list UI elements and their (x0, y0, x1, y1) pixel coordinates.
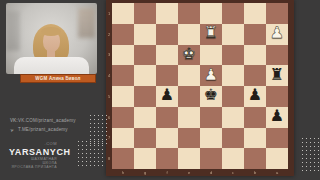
brand-subtitle-3: ЯРОСЛАВА ПРИЗАНТА (9, 166, 57, 169)
square-c2[interactable] (222, 24, 244, 45)
square-a7[interactable] (266, 128, 288, 149)
square-e8[interactable] (178, 148, 200, 169)
square-h5[interactable] (112, 86, 134, 107)
square-a3[interactable] (266, 45, 288, 66)
square-c1[interactable] (222, 3, 244, 24)
square-d7[interactable] (200, 128, 222, 149)
square-b3[interactable] (244, 45, 266, 66)
file-label-e: e (178, 170, 200, 175)
square-e5[interactable] (178, 86, 200, 107)
file-label-a: a (266, 170, 288, 175)
square-g5[interactable] (134, 86, 156, 107)
square-d1[interactable] (200, 3, 222, 24)
square-f6[interactable] (156, 107, 178, 128)
brand-title: YARSANYCH (9, 147, 57, 157)
square-e3[interactable]: ♚ (178, 45, 200, 66)
file-label-h: h (112, 170, 134, 175)
square-g4[interactable] (134, 65, 156, 86)
square-e6[interactable] (178, 107, 200, 128)
black-rook: ♜ (270, 67, 284, 83)
square-b4[interactable] (244, 65, 266, 86)
square-f8[interactable] (156, 148, 178, 169)
square-f2[interactable] (156, 24, 178, 45)
square-c8[interactable] (222, 148, 244, 169)
square-a8[interactable] (266, 148, 288, 169)
square-b8[interactable] (244, 148, 266, 169)
decor-dot-grid-3 (302, 138, 320, 174)
square-b7[interactable] (244, 128, 266, 149)
black-pawn: ♟ (248, 87, 262, 103)
brand-block: .COM YARSANYCH ШАХМАТНАЯ ШКОЛА ЯРОСЛАВА … (9, 141, 57, 169)
wall-highlight (78, 8, 95, 38)
square-a2[interactable]: ♟ (266, 24, 288, 45)
square-b5[interactable]: ♟ (244, 86, 266, 107)
square-a1[interactable] (266, 3, 288, 24)
square-f1[interactable] (156, 3, 178, 24)
file-label-b: b (244, 170, 266, 175)
rank-label-1: 1 (107, 3, 111, 24)
black-pawn: ♟ (160, 87, 174, 103)
square-g3[interactable] (134, 45, 156, 66)
square-a4[interactable]: ♜ (266, 65, 288, 86)
streamer-webcam (6, 3, 97, 74)
square-e2[interactable] (178, 24, 200, 45)
square-e1[interactable] (178, 3, 200, 24)
square-g7[interactable] (134, 128, 156, 149)
file-label-c: c (222, 170, 244, 175)
white-king: ♚ (182, 46, 196, 62)
square-a5[interactable] (266, 86, 288, 107)
white-rook: ♜ (204, 25, 218, 41)
square-h4[interactable] (112, 65, 134, 86)
square-f7[interactable] (156, 128, 178, 149)
brand-site-suffix: .COM (9, 141, 57, 146)
square-d8[interactable] (200, 148, 222, 169)
square-b1[interactable] (244, 3, 266, 24)
square-g2[interactable] (134, 24, 156, 45)
square-f3[interactable] (156, 45, 178, 66)
wall-shadow (6, 11, 20, 51)
streamer-fringe (41, 27, 61, 36)
square-c3[interactable] (222, 45, 244, 66)
white-pawn: ♟ (270, 25, 284, 41)
square-h8[interactable] (112, 148, 134, 169)
square-g8[interactable] (134, 148, 156, 169)
stream-thumbnail: WGM Алина Бивол ♜♟♚♟♜♟♚♟♟ 12345678 hgfed… (0, 0, 320, 180)
chess-board: ♜♟♚♟♜♟♚♟♟ (112, 3, 288, 169)
square-c4[interactable] (222, 65, 244, 86)
file-labels: hgfedcba (112, 170, 288, 175)
square-h6[interactable] (112, 107, 134, 128)
black-king: ♚ (204, 87, 218, 103)
square-d5[interactable]: ♚ (200, 86, 222, 107)
square-f4[interactable] (156, 65, 178, 86)
vk-handle: VK.COM/prizant_academy (18, 118, 76, 123)
square-c5[interactable] (222, 86, 244, 107)
vk-icon: VK: (10, 118, 18, 123)
vk-row: VK: VK.COM/prizant_academy ➤ T.ME/prizan… (10, 117, 76, 135)
telegram-row: ➤ T.ME/prizant_academy (10, 126, 76, 132)
square-g6[interactable] (134, 107, 156, 128)
rank-label-3: 3 (107, 45, 111, 66)
square-d4[interactable]: ♟ (200, 65, 222, 86)
square-a6[interactable]: ♟ (266, 107, 288, 128)
square-e4[interactable] (178, 65, 200, 86)
square-d2[interactable]: ♜ (200, 24, 222, 45)
chess-board-frame: ♜♟♚♟♜♟♚♟♟ 12345678 hgfedcba (106, 0, 294, 176)
rank-label-2: 2 (107, 24, 111, 45)
rank-label-8: 8 (107, 148, 111, 169)
streamer-shirt (14, 57, 89, 74)
square-h2[interactable] (112, 24, 134, 45)
square-h3[interactable] (112, 45, 134, 66)
square-b2[interactable] (244, 24, 266, 45)
square-g1[interactable] (134, 3, 156, 24)
rank-label-4: 4 (107, 65, 111, 86)
square-d6[interactable] (200, 107, 222, 128)
square-b6[interactable] (244, 107, 266, 128)
square-h7[interactable] (112, 128, 134, 149)
file-label-d: d (200, 170, 222, 175)
black-pawn: ♟ (270, 108, 284, 124)
streamer-name-text: WGM Алина Бивол (35, 76, 80, 81)
square-e7[interactable] (178, 128, 200, 149)
telegram-icon: ➤ (9, 125, 18, 132)
square-f5[interactable]: ♟ (156, 86, 178, 107)
decor-dot-grid-2 (78, 141, 106, 169)
file-label-g: g (134, 170, 156, 175)
square-c7[interactable] (222, 128, 244, 149)
file-label-f: f (156, 170, 178, 175)
telegram-handle: T.ME/prizant_academy (18, 127, 68, 132)
white-pawn: ♟ (204, 67, 218, 83)
square-d3[interactable] (200, 45, 222, 66)
rank-label-5: 5 (107, 86, 111, 107)
square-c6[interactable] (222, 107, 244, 128)
streamer-name-banner: WGM Алина Бивол (20, 74, 96, 83)
square-h1[interactable] (112, 3, 134, 24)
